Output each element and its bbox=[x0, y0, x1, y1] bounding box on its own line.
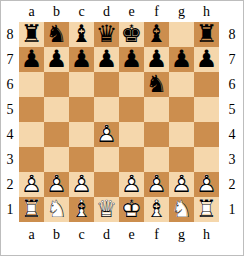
white-piece-outline-glyph: ♙ bbox=[121, 172, 143, 196]
square-a4[interactable] bbox=[19, 122, 44, 147]
square-h5[interactable] bbox=[194, 97, 219, 122]
white-piece-outline-glyph: ♗ bbox=[146, 197, 168, 221]
square-d2[interactable] bbox=[94, 172, 119, 197]
square-g3[interactable] bbox=[169, 147, 194, 172]
black-piece-glyph: ♟ bbox=[171, 47, 193, 71]
square-h2[interactable]: ♟♙ bbox=[194, 172, 219, 197]
black-pawn-b7[interactable]: ♟ bbox=[44, 47, 69, 72]
square-c5[interactable] bbox=[69, 97, 94, 122]
rank-left-label-6: 6 bbox=[1, 72, 19, 97]
white-pawn-h2[interactable]: ♟♙ bbox=[194, 172, 219, 197]
white-pawn-c2[interactable]: ♟♙ bbox=[69, 172, 94, 197]
square-e7[interactable]: ♟ bbox=[119, 47, 144, 72]
square-e8[interactable]: ♚ bbox=[119, 22, 144, 47]
square-f5[interactable] bbox=[144, 97, 169, 122]
white-pawn-a2[interactable]: ♟♙ bbox=[19, 172, 44, 197]
square-h4[interactable] bbox=[194, 122, 219, 147]
square-d6[interactable] bbox=[94, 72, 119, 97]
square-a2[interactable]: ♟♙ bbox=[19, 172, 44, 197]
square-g8[interactable] bbox=[169, 22, 194, 47]
square-b6[interactable] bbox=[44, 72, 69, 97]
file-bottom-label-f: f bbox=[144, 224, 169, 246]
white-piece-outline-glyph: ♙ bbox=[21, 172, 43, 196]
file-labels-bottom: abcdefgh bbox=[19, 224, 219, 246]
square-a7[interactable]: ♟ bbox=[19, 47, 44, 72]
square-c2[interactable]: ♟♙ bbox=[69, 172, 94, 197]
square-c6[interactable] bbox=[69, 72, 94, 97]
black-pawn-h7[interactable]: ♟ bbox=[194, 47, 219, 72]
square-b2[interactable]: ♟♙ bbox=[44, 172, 69, 197]
rank-right-label-1: 1 bbox=[219, 197, 244, 222]
white-pawn-b2[interactable]: ♟♙ bbox=[44, 172, 69, 197]
white-piece-outline-glyph: ♙ bbox=[71, 172, 93, 196]
black-pawn-e7[interactable]: ♟ bbox=[119, 47, 144, 72]
file-bottom-label-g: g bbox=[169, 224, 194, 246]
square-h1[interactable]: ♜♖ bbox=[194, 197, 219, 222]
rank-right-label-6: 6 bbox=[219, 72, 244, 97]
square-h6[interactable] bbox=[194, 72, 219, 97]
rank-right-label-8: 8 bbox=[219, 22, 244, 47]
white-queen-d1[interactable]: ♛♕ bbox=[94, 197, 119, 222]
white-piece-outline-glyph: ♙ bbox=[196, 172, 218, 196]
square-f3[interactable] bbox=[144, 147, 169, 172]
square-g5[interactable] bbox=[169, 97, 194, 122]
black-pawn-a7[interactable]: ♟ bbox=[19, 47, 44, 72]
white-knight-b1[interactable]: ♞♘ bbox=[44, 197, 69, 222]
black-rook-a8[interactable]: ♜ bbox=[19, 22, 44, 47]
white-rook-a1[interactable]: ♜♖ bbox=[19, 197, 44, 222]
square-g1[interactable]: ♞♘ bbox=[169, 197, 194, 222]
rank-left-label-7: 7 bbox=[1, 47, 19, 72]
black-king-e8[interactable]: ♚ bbox=[119, 22, 144, 47]
black-piece-glyph: ♟ bbox=[71, 47, 93, 71]
square-a1[interactable]: ♜♖ bbox=[19, 197, 44, 222]
file-bottom-label-b: b bbox=[44, 224, 69, 246]
square-h8[interactable]: ♜ bbox=[194, 22, 219, 47]
black-piece-glyph: ♚ bbox=[121, 22, 143, 46]
square-c4[interactable] bbox=[69, 122, 94, 147]
black-pawn-d7[interactable]: ♟ bbox=[94, 47, 119, 72]
white-piece-outline-glyph: ♙ bbox=[171, 172, 193, 196]
black-rook-h8[interactable]: ♜ bbox=[194, 22, 219, 47]
black-bishop-f8[interactable]: ♝ bbox=[144, 22, 169, 47]
file-bottom-label-c: c bbox=[69, 224, 94, 246]
black-piece-glyph: ♟ bbox=[196, 47, 218, 71]
square-e4[interactable] bbox=[119, 122, 144, 147]
square-g6[interactable] bbox=[169, 72, 194, 97]
square-a8[interactable]: ♜ bbox=[19, 22, 44, 47]
square-e6[interactable] bbox=[119, 72, 144, 97]
file-bottom-label-e: e bbox=[119, 224, 144, 246]
square-d5[interactable] bbox=[94, 97, 119, 122]
square-e3[interactable] bbox=[119, 147, 144, 172]
rank-left-label-1: 1 bbox=[1, 197, 19, 222]
black-queen-d8[interactable]: ♛ bbox=[94, 22, 119, 47]
square-d1[interactable]: ♛♕ bbox=[94, 197, 119, 222]
rank-right-label-4: 4 bbox=[219, 122, 244, 147]
white-knight-g1[interactable]: ♞♘ bbox=[169, 197, 194, 222]
black-piece-glyph: ♝ bbox=[146, 22, 168, 46]
square-f2[interactable]: ♟♙ bbox=[144, 172, 169, 197]
white-piece-outline-glyph: ♙ bbox=[146, 172, 168, 196]
white-pawn-f2[interactable]: ♟♙ bbox=[144, 172, 169, 197]
black-piece-glyph: ♜ bbox=[21, 22, 43, 46]
rank-left-label-3: 3 bbox=[1, 147, 19, 172]
white-pawn-g2[interactable]: ♟♙ bbox=[169, 172, 194, 197]
black-pawn-g7[interactable]: ♟ bbox=[169, 47, 194, 72]
rank-labels-left: 87654321 bbox=[1, 22, 19, 222]
black-piece-glyph: ♞ bbox=[46, 22, 68, 46]
square-g4[interactable] bbox=[169, 122, 194, 147]
square-f7[interactable]: ♟ bbox=[144, 47, 169, 72]
square-g2[interactable]: ♟♙ bbox=[169, 172, 194, 197]
square-d8[interactable]: ♛ bbox=[94, 22, 119, 47]
black-piece-glyph: ♟ bbox=[96, 47, 118, 71]
square-c3[interactable] bbox=[69, 147, 94, 172]
black-knight-b8[interactable]: ♞ bbox=[44, 22, 69, 47]
square-e5[interactable] bbox=[119, 97, 144, 122]
white-rook-h1[interactable]: ♜♖ bbox=[194, 197, 219, 222]
square-b8[interactable]: ♞ bbox=[44, 22, 69, 47]
white-king-e1[interactable]: ♚♔ bbox=[119, 197, 144, 222]
rank-right-label-2: 2 bbox=[219, 172, 244, 197]
white-piece-outline-glyph: ♗ bbox=[71, 197, 93, 221]
square-d3[interactable] bbox=[94, 147, 119, 172]
white-bishop-c1[interactable]: ♝♗ bbox=[69, 197, 94, 222]
white-piece-outline-glyph: ♖ bbox=[196, 197, 218, 221]
white-piece-outline-glyph: ♔ bbox=[121, 197, 143, 221]
square-f4[interactable] bbox=[144, 122, 169, 147]
square-f1[interactable]: ♝♗ bbox=[144, 197, 169, 222]
file-bottom-label-d: d bbox=[94, 224, 119, 246]
square-d7[interactable]: ♟ bbox=[94, 47, 119, 72]
black-piece-glyph: ♜ bbox=[196, 22, 218, 46]
square-f8[interactable]: ♝ bbox=[144, 22, 169, 47]
black-pawn-f7[interactable]: ♟ bbox=[144, 47, 169, 72]
rank-left-label-5: 5 bbox=[1, 97, 19, 122]
square-g7[interactable]: ♟ bbox=[169, 47, 194, 72]
rank-left-label-2: 2 bbox=[1, 172, 19, 197]
black-piece-glyph: ♟ bbox=[121, 47, 143, 71]
board: ♜♞♝♛♚♝♜♟♟♟♟♟♟♟♟♞♟♙♟♙♟♙♟♙♟♙♟♙♟♙♟♙♜♖♞♘♝♗♛♕… bbox=[19, 22, 219, 222]
white-piece-outline-glyph: ♙ bbox=[96, 122, 118, 146]
rank-right-label-5: 5 bbox=[219, 97, 244, 122]
white-pawn-d4[interactable]: ♟♙ bbox=[94, 122, 119, 147]
white-piece-outline-glyph: ♖ bbox=[21, 197, 43, 221]
black-piece-glyph: ♟ bbox=[46, 47, 68, 71]
black-piece-glyph: ♟ bbox=[21, 47, 43, 71]
white-piece-outline-glyph: ♘ bbox=[46, 197, 68, 221]
black-knight-f6[interactable]: ♞ bbox=[144, 72, 169, 97]
black-piece-glyph: ♛ bbox=[96, 22, 118, 46]
square-f6[interactable]: ♞ bbox=[144, 72, 169, 97]
rank-left-label-8: 8 bbox=[1, 22, 19, 47]
square-h7[interactable]: ♟ bbox=[194, 47, 219, 72]
square-h3[interactable] bbox=[194, 147, 219, 172]
file-bottom-label-a: a bbox=[19, 224, 44, 246]
black-piece-glyph: ♟ bbox=[146, 47, 168, 71]
square-e1[interactable]: ♚♔ bbox=[119, 197, 144, 222]
square-b3[interactable] bbox=[44, 147, 69, 172]
square-b7[interactable]: ♟ bbox=[44, 47, 69, 72]
square-a6[interactable] bbox=[19, 72, 44, 97]
white-piece-outline-glyph: ♕ bbox=[96, 197, 118, 221]
black-bishop-c8[interactable]: ♝ bbox=[69, 22, 94, 47]
rank-left-label-4: 4 bbox=[1, 122, 19, 147]
square-b4[interactable] bbox=[44, 122, 69, 147]
square-c8[interactable]: ♝ bbox=[69, 22, 94, 47]
square-d4[interactable]: ♟♙ bbox=[94, 122, 119, 147]
black-piece-glyph: ♞ bbox=[146, 72, 168, 96]
square-b5[interactable] bbox=[44, 97, 69, 122]
white-pawn-e2[interactable]: ♟♙ bbox=[119, 172, 144, 197]
rank-right-label-3: 3 bbox=[219, 147, 244, 172]
white-bishop-f1[interactable]: ♝♗ bbox=[144, 197, 169, 222]
white-piece-outline-glyph: ♙ bbox=[46, 172, 68, 196]
file-bottom-label-h: h bbox=[194, 224, 219, 246]
rank-labels-right: 87654321 bbox=[219, 22, 244, 222]
square-a3[interactable] bbox=[19, 147, 44, 172]
chess-diagram: abcdefgh 87654321 87654321 abcdefgh ♜♞♝♛… bbox=[0, 0, 244, 256]
black-piece-glyph: ♝ bbox=[71, 22, 93, 46]
square-a5[interactable] bbox=[19, 97, 44, 122]
square-c1[interactable]: ♝♗ bbox=[69, 197, 94, 222]
black-pawn-c7[interactable]: ♟ bbox=[69, 47, 94, 72]
white-piece-outline-glyph: ♘ bbox=[171, 197, 193, 221]
rank-right-label-7: 7 bbox=[219, 47, 244, 72]
square-c7[interactable]: ♟ bbox=[69, 47, 94, 72]
file-top-label-g: g bbox=[169, 1, 194, 22]
square-e2[interactable]: ♟♙ bbox=[119, 172, 144, 197]
square-b1[interactable]: ♞♘ bbox=[44, 197, 69, 222]
